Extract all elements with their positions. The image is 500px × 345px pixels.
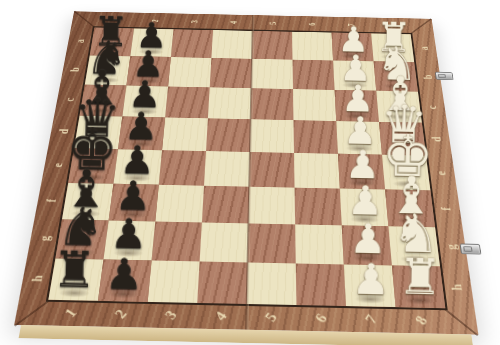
square-d4 <box>206 118 251 152</box>
rank-label-top-7: 7 <box>346 23 356 26</box>
square-g4 <box>200 222 249 262</box>
rank-label-top-5: 5 <box>267 22 277 25</box>
square-c6 <box>293 89 336 121</box>
square-e3 <box>159 150 206 186</box>
rank-label-top-4: 4 <box>228 21 238 24</box>
black-pawn-glyph: ♟ <box>104 253 143 296</box>
square-d5 <box>250 119 294 153</box>
black-rook-glyph: ♜ <box>52 245 97 295</box>
frame-miter-seam <box>14 299 49 325</box>
square-e4 <box>204 151 250 187</box>
square-a6 <box>292 32 333 61</box>
square-f3 <box>155 185 204 223</box>
square-b5 <box>251 59 293 89</box>
file-label-right-a: a <box>417 46 431 50</box>
file-label-left-a: a <box>73 39 87 43</box>
square-g5 <box>248 223 296 263</box>
file-label-left-c: c <box>62 98 77 102</box>
rank-label-top-3: 3 <box>189 20 199 23</box>
file-label-right-f: f <box>438 207 454 211</box>
rank-label-top-2: 2 <box>150 19 160 22</box>
square-f6 <box>295 188 342 226</box>
rank-label-bottom-7: 7 <box>362 312 382 327</box>
file-label-left-h: h <box>29 275 47 282</box>
square-b3 <box>168 57 211 87</box>
square-h7: ♟ <box>344 264 396 307</box>
rank-label-bottom-4: 4 <box>212 309 231 324</box>
square-h6 <box>296 263 346 306</box>
file-label-right-e: e <box>433 171 449 176</box>
square-f5 <box>249 187 296 225</box>
square-b6 <box>293 60 335 90</box>
square-f4 <box>202 186 249 224</box>
square-h1: ♜ <box>48 258 103 300</box>
file-label-right-h: h <box>448 284 466 291</box>
file-label-right-b: b <box>421 75 436 80</box>
metal-clasp-icon <box>435 72 454 80</box>
file-label-left-g: g <box>36 236 53 242</box>
square-c3 <box>165 86 210 118</box>
frame-miter-seam <box>444 308 478 336</box>
square-b4 <box>210 58 252 88</box>
square-g3 <box>152 221 202 261</box>
square-a5 <box>252 31 293 60</box>
square-d6 <box>293 120 338 154</box>
metal-clasp-icon <box>460 244 482 255</box>
chess-set-photo: ♜♟♟♜♞♟♟♞♝♟♟♝♛♟♟♛♚♟♟♚♝♟♟♝♞♟♟♞♜♟♟♜ 1122334… <box>0 0 500 345</box>
square-d3 <box>162 117 208 151</box>
rank-label-bottom-6: 6 <box>312 311 332 326</box>
file-label-left-b: b <box>68 67 83 72</box>
file-label-right-c: c <box>425 105 440 109</box>
square-a4 <box>211 30 252 59</box>
white-pawn: ♟ <box>351 258 390 301</box>
black-rook: ♜ <box>52 245 97 295</box>
square-h2: ♟ <box>98 259 152 301</box>
rank-label-bottom-3: 3 <box>162 308 181 323</box>
square-c5 <box>251 88 294 120</box>
square-h3 <box>148 260 200 302</box>
square-c4 <box>208 87 251 119</box>
rank-label-bottom-2: 2 <box>112 307 131 322</box>
chess-board: ♜♟♟♜♞♟♟♞♝♟♟♝♛♟♟♛♚♟♟♚♝♟♟♝♞♟♟♞♜♟♟♜ 1122334… <box>14 11 478 334</box>
square-h4 <box>197 261 247 304</box>
square-e6 <box>294 153 340 189</box>
square-e5 <box>249 152 294 188</box>
rank-label-top-1: 1 <box>110 18 120 21</box>
white-rook: ♜ <box>398 252 443 302</box>
square-g6 <box>295 224 344 264</box>
file-label-right-g: g <box>443 244 460 250</box>
rank-label-top-6: 6 <box>307 23 317 26</box>
white-pawn-glyph: ♟ <box>351 258 390 301</box>
white-rook-glyph: ♜ <box>398 252 443 302</box>
square-h8: ♜ <box>392 265 445 308</box>
black-pawn: ♟ <box>104 253 143 296</box>
frame-miter-seam <box>410 18 432 34</box>
board-perspective-wrapper: ♜♟♟♜♞♟♟♞♝♟♟♝♛♟♟♛♚♟♟♚♝♟♟♝♞♟♟♞♜♟♟♜ 1122334… <box>14 11 478 334</box>
rank-label-top-8: 8 <box>385 24 395 27</box>
rank-label-bottom-1: 1 <box>62 306 81 321</box>
playing-field: ♜♟♟♜♞♟♟♞♝♟♟♝♛♟♟♛♚♟♟♚♝♟♟♝♞♟♟♞♜♟♟♜ <box>48 28 445 309</box>
rank-label-bottom-5: 5 <box>262 310 282 325</box>
square-h5 <box>247 262 297 305</box>
rank-label-bottom-8: 8 <box>412 313 432 328</box>
square-a3 <box>171 29 213 58</box>
